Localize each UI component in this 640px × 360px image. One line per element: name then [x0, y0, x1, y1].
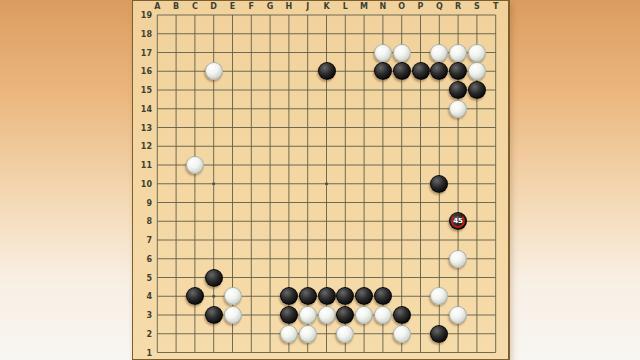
column-label: Q	[436, 2, 443, 11]
white-stone[interactable]	[374, 44, 392, 62]
black-stone[interactable]	[430, 325, 448, 343]
column-label: S	[474, 2, 480, 11]
row-label: 1	[136, 348, 152, 357]
column-label: T	[493, 2, 498, 11]
column-label: P	[418, 2, 424, 11]
column-label: K	[323, 2, 329, 11]
go-app-screen: { "game": "go", "board_size": 19, "move_…	[0, 0, 640, 360]
row-label: 3	[136, 311, 152, 320]
row-label: 4	[136, 292, 152, 301]
row-label: 5	[136, 273, 152, 282]
white-stone[interactable]	[449, 250, 467, 268]
black-stone[interactable]	[468, 81, 486, 99]
column-label: D	[210, 2, 217, 11]
row-label: 14	[136, 104, 152, 113]
white-stone[interactable]	[205, 62, 223, 80]
column-label: G	[267, 2, 274, 11]
star-point	[212, 182, 215, 185]
star-point	[325, 182, 328, 185]
white-stone[interactable]	[299, 306, 317, 324]
go-board[interactable]: ABCDEFGHJKLMNOPQRST191817161514131211109…	[132, 0, 510, 360]
row-label: 16	[136, 67, 152, 76]
column-label: J	[306, 2, 309, 11]
row-label: 15	[136, 86, 152, 95]
white-stone[interactable]	[449, 44, 467, 62]
black-stone[interactable]	[393, 306, 411, 324]
column-label: B	[173, 2, 179, 11]
last-move-marker: 45	[451, 214, 465, 228]
row-label: 13	[136, 123, 152, 132]
column-label: F	[249, 2, 254, 11]
column-label: C	[192, 2, 198, 11]
black-stone[interactable]	[318, 287, 336, 305]
black-stone[interactable]	[318, 62, 336, 80]
row-label: 12	[136, 142, 152, 151]
black-stone[interactable]	[299, 287, 317, 305]
column-label: N	[380, 2, 387, 11]
star-point	[212, 295, 215, 298]
black-stone[interactable]	[412, 62, 430, 80]
row-label: 19	[136, 11, 152, 20]
black-stone[interactable]	[280, 306, 298, 324]
column-label: A	[154, 2, 160, 11]
white-stone[interactable]	[449, 306, 467, 324]
row-label: 10	[136, 179, 152, 188]
row-label: 6	[136, 254, 152, 263]
black-stone[interactable]	[205, 306, 223, 324]
black-stone[interactable]	[430, 175, 448, 193]
column-label: E	[230, 2, 235, 11]
white-stone[interactable]	[280, 325, 298, 343]
white-stone[interactable]	[224, 287, 242, 305]
white-stone[interactable]	[318, 306, 336, 324]
row-label: 11	[136, 161, 152, 170]
white-stone[interactable]	[468, 44, 486, 62]
white-stone[interactable]	[186, 156, 204, 174]
row-label: 9	[136, 198, 152, 207]
white-stone[interactable]	[430, 44, 448, 62]
column-label: R	[455, 2, 461, 11]
white-stone[interactable]	[224, 306, 242, 324]
black-stone[interactable]	[393, 62, 411, 80]
column-label: L	[343, 2, 348, 11]
white-stone[interactable]	[393, 44, 411, 62]
row-label: 2	[136, 329, 152, 338]
black-stone[interactable]	[449, 81, 467, 99]
row-label: 17	[136, 48, 152, 57]
white-stone[interactable]	[299, 325, 317, 343]
row-label: 18	[136, 29, 152, 38]
row-label: 7	[136, 236, 152, 245]
white-stone[interactable]	[355, 306, 373, 324]
column-label: H	[286, 2, 293, 11]
black-stone[interactable]	[205, 269, 223, 287]
white-stone[interactable]	[374, 306, 392, 324]
column-label: M	[360, 2, 368, 11]
row-label: 8	[136, 217, 152, 226]
column-label: O	[398, 2, 405, 11]
white-stone[interactable]	[336, 325, 354, 343]
white-stone[interactable]	[449, 100, 467, 118]
white-stone[interactable]	[393, 325, 411, 343]
